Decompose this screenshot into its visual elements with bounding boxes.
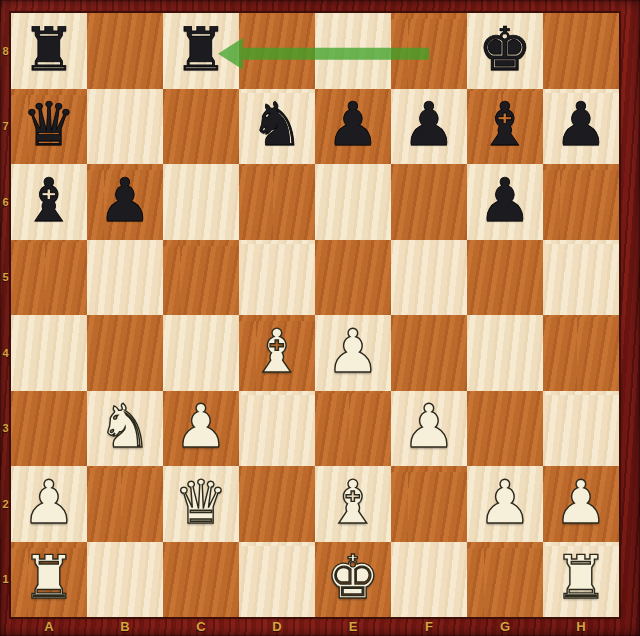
file-label-b: B bbox=[87, 618, 163, 636]
square-f3[interactable]: ♟ bbox=[391, 391, 467, 467]
square-e5[interactable] bbox=[315, 240, 391, 316]
square-e6[interactable] bbox=[315, 164, 391, 240]
square-d1[interactable] bbox=[239, 542, 315, 618]
square-f6[interactable] bbox=[391, 164, 467, 240]
piece-white-pawn-c3[interactable]: ♟ bbox=[174, 396, 228, 456]
square-d8[interactable] bbox=[239, 13, 315, 89]
rank-label-3: 3 bbox=[0, 422, 11, 434]
square-a6[interactable]: ♝ bbox=[11, 164, 87, 240]
piece-black-pawn-g6[interactable]: ♟ bbox=[478, 170, 532, 230]
square-b7[interactable] bbox=[87, 89, 163, 165]
square-d7[interactable]: ♞ bbox=[239, 89, 315, 165]
square-c7[interactable] bbox=[163, 89, 239, 165]
square-b3[interactable]: ♞ bbox=[87, 391, 163, 467]
square-h1[interactable]: ♜ bbox=[543, 542, 619, 618]
square-h7[interactable]: ♟ bbox=[543, 89, 619, 165]
square-a7[interactable]: ♛ bbox=[11, 89, 87, 165]
piece-white-pawn-a2[interactable]: ♟ bbox=[22, 472, 76, 532]
square-h5[interactable] bbox=[543, 240, 619, 316]
piece-white-knight-b3[interactable]: ♞ bbox=[98, 396, 152, 456]
square-b8[interactable] bbox=[87, 13, 163, 89]
file-label-f: F bbox=[391, 618, 467, 636]
piece-black-pawn-b6[interactable]: ♟ bbox=[98, 170, 152, 230]
square-b4[interactable] bbox=[87, 315, 163, 391]
square-f1[interactable] bbox=[391, 542, 467, 618]
square-h2[interactable]: ♟ bbox=[543, 466, 619, 542]
square-g4[interactable] bbox=[467, 315, 543, 391]
square-e3[interactable] bbox=[315, 391, 391, 467]
square-d3[interactable] bbox=[239, 391, 315, 467]
square-c1[interactable] bbox=[163, 542, 239, 618]
piece-white-rook-a1[interactable]: ♜ bbox=[22, 547, 76, 607]
piece-black-rook-c8[interactable]: ♜ bbox=[174, 19, 228, 79]
square-e1[interactable]: ♚ bbox=[315, 542, 391, 618]
square-d5[interactable] bbox=[239, 240, 315, 316]
piece-white-king-e1[interactable]: ♚ bbox=[326, 547, 380, 607]
square-d4[interactable]: ♝ bbox=[239, 315, 315, 391]
piece-white-bishop-d4[interactable]: ♝ bbox=[250, 321, 304, 381]
piece-white-pawn-f3[interactable]: ♟ bbox=[402, 396, 456, 456]
square-f2[interactable] bbox=[391, 466, 467, 542]
piece-white-rook-h1[interactable]: ♜ bbox=[554, 547, 608, 607]
file-label-h: H bbox=[543, 618, 619, 636]
square-h4[interactable] bbox=[543, 315, 619, 391]
square-c6[interactable] bbox=[163, 164, 239, 240]
square-f4[interactable] bbox=[391, 315, 467, 391]
file-label-d: D bbox=[239, 618, 315, 636]
piece-white-pawn-g2[interactable]: ♟ bbox=[478, 472, 532, 532]
square-f5[interactable] bbox=[391, 240, 467, 316]
square-h3[interactable] bbox=[543, 391, 619, 467]
piece-white-queen-c2[interactable]: ♛ bbox=[174, 472, 228, 532]
square-g7[interactable]: ♝ bbox=[467, 89, 543, 165]
chess-board-frame: ♜♜♚♛♞♟♟♝♟♝♟♟♝♟♞♟♟♟♛♝♟♟♜♚♜ 87654321ABCDEF… bbox=[0, 0, 640, 636]
square-a1[interactable]: ♜ bbox=[11, 542, 87, 618]
file-label-c: C bbox=[163, 618, 239, 636]
square-b1[interactable] bbox=[87, 542, 163, 618]
square-d2[interactable] bbox=[239, 466, 315, 542]
piece-black-bishop-a6[interactable]: ♝ bbox=[22, 170, 76, 230]
piece-white-pawn-h2[interactable]: ♟ bbox=[554, 472, 608, 532]
square-a3[interactable] bbox=[11, 391, 87, 467]
file-label-g: G bbox=[467, 618, 543, 636]
rank-label-2: 2 bbox=[0, 498, 11, 510]
piece-black-queen-a7[interactable]: ♛ bbox=[22, 94, 76, 154]
square-e8[interactable] bbox=[315, 13, 391, 89]
square-c4[interactable] bbox=[163, 315, 239, 391]
square-c5[interactable] bbox=[163, 240, 239, 316]
piece-black-pawn-h7[interactable]: ♟ bbox=[554, 94, 608, 154]
file-label-a: A bbox=[11, 618, 87, 636]
square-g5[interactable] bbox=[467, 240, 543, 316]
square-c3[interactable]: ♟ bbox=[163, 391, 239, 467]
square-a2[interactable]: ♟ bbox=[11, 466, 87, 542]
rank-label-7: 7 bbox=[0, 120, 11, 132]
square-g1[interactable] bbox=[467, 542, 543, 618]
piece-white-bishop-e2[interactable]: ♝ bbox=[326, 472, 380, 532]
rank-label-6: 6 bbox=[0, 196, 11, 208]
square-b2[interactable] bbox=[87, 466, 163, 542]
piece-black-bishop-g7[interactable]: ♝ bbox=[478, 94, 532, 154]
square-h6[interactable] bbox=[543, 164, 619, 240]
square-a4[interactable] bbox=[11, 315, 87, 391]
square-f7[interactable]: ♟ bbox=[391, 89, 467, 165]
square-b6[interactable]: ♟ bbox=[87, 164, 163, 240]
square-e4[interactable]: ♟ bbox=[315, 315, 391, 391]
square-g3[interactable] bbox=[467, 391, 543, 467]
square-h8[interactable] bbox=[543, 13, 619, 89]
piece-black-king-g8[interactable]: ♚ bbox=[478, 19, 532, 79]
piece-black-pawn-e7[interactable]: ♟ bbox=[326, 94, 380, 154]
rank-label-4: 4 bbox=[0, 347, 11, 359]
square-g2[interactable]: ♟ bbox=[467, 466, 543, 542]
square-c8[interactable]: ♜ bbox=[163, 13, 239, 89]
square-a5[interactable] bbox=[11, 240, 87, 316]
rank-label-1: 1 bbox=[0, 573, 11, 585]
square-c2[interactable]: ♛ bbox=[163, 466, 239, 542]
square-a8[interactable]: ♜ bbox=[11, 13, 87, 89]
piece-black-knight-d7[interactable]: ♞ bbox=[250, 94, 304, 154]
chess-board: ♜♜♚♛♞♟♟♝♟♝♟♟♝♟♞♟♟♟♛♝♟♟♜♚♜ bbox=[11, 13, 619, 617]
piece-black-pawn-f7[interactable]: ♟ bbox=[402, 94, 456, 154]
square-e2[interactable]: ♝ bbox=[315, 466, 391, 542]
square-g8[interactable]: ♚ bbox=[467, 13, 543, 89]
square-f8[interactable] bbox=[391, 13, 467, 89]
file-label-e: E bbox=[315, 618, 391, 636]
square-d6[interactable] bbox=[239, 164, 315, 240]
rank-label-5: 5 bbox=[0, 271, 11, 283]
square-g6[interactable]: ♟ bbox=[467, 164, 543, 240]
piece-black-rook-a8[interactable]: ♜ bbox=[22, 19, 76, 79]
piece-white-pawn-e4[interactable]: ♟ bbox=[326, 321, 380, 381]
rank-label-8: 8 bbox=[0, 45, 11, 57]
square-b5[interactable] bbox=[87, 240, 163, 316]
square-e7[interactable]: ♟ bbox=[315, 89, 391, 165]
